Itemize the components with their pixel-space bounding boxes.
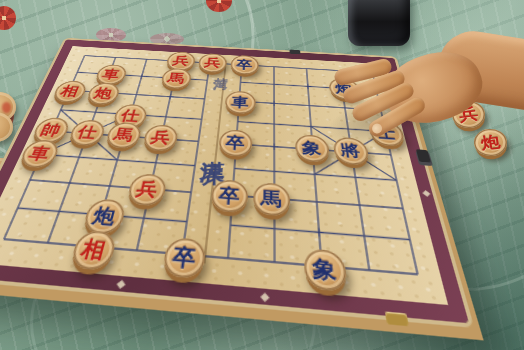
piece-red-炮-c2r3[interactable]: 炮 [85,82,122,105]
piece-red-車-c2r2[interactable]: 車 [93,64,128,85]
piece-red-馬-c3r5[interactable]: 馬 [104,121,143,148]
piece-red-兵-c4r5[interactable]: 兵 [141,124,179,152]
piece-black-象-c8r9[interactable]: 象 [303,248,348,292]
piece-red-相-c1r3[interactable]: 相 [51,80,89,103]
border-stud [422,190,430,197]
fingernail [370,122,384,136]
piece-black-車-c6r3[interactable]: 車 [224,90,256,114]
flower-decoration [96,28,126,42]
piece-red-仕-c2r5[interactable]: 仕 [66,119,107,146]
piece-red-車-c1r6[interactable]: 車 [17,139,62,169]
piece-character-hint [2,102,11,113]
board-clasp [289,49,300,54]
piece-black-象-c8r5[interactable]: 象 [294,134,329,163]
border-stud [261,293,270,302]
piece-black-卒-c5r9[interactable]: 卒 [161,236,206,278]
tea-canister [348,0,410,46]
table-surface: 楚河 漢界 兵兵卒車馬炮相炮車仕士帥仕馬兵卒象將車兵卒馬炮相卒象 兵炮 [0,0,524,350]
board-hinge [385,312,409,327]
piece-black-卒-c6r5[interactable]: 卒 [218,129,253,157]
piece-red-相-c3r9[interactable]: 相 [68,229,118,270]
piece-black-卒-c6r1[interactable]: 卒 [229,54,258,74]
piece-black-卒-c6r7[interactable]: 卒 [209,178,248,212]
piece-red-兵-c4r7[interactable]: 兵 [125,173,167,207]
piece-red-馬-c4r2[interactable]: 馬 [159,68,192,90]
piece-black-馬-c7r7[interactable]: 馬 [252,182,290,217]
border-stud [117,280,126,289]
piece-red-帥-c1r5[interactable]: 帥 [30,117,72,144]
piece-red-兵-c5r1[interactable]: 兵 [197,53,227,73]
piece-black-炮-c3r8[interactable]: 炮 [80,198,127,235]
flower-decoration [150,33,184,45]
